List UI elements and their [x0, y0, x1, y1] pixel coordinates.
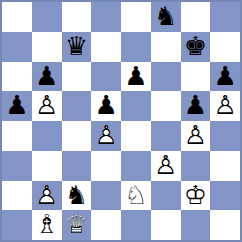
- square-d1[interactable]: [91, 210, 121, 240]
- black-knight-glyph: ♞: [151, 2, 181, 32]
- square-b5[interactable]: ♟♙: [32, 91, 62, 121]
- white-knight-outline-glyph: ♘: [121, 181, 151, 211]
- square-h2[interactable]: [210, 181, 240, 211]
- piece-white-pawn[interactable]: ♟♙: [91, 121, 121, 151]
- square-a4[interactable]: [2, 121, 32, 151]
- square-b3[interactable]: [32, 151, 62, 181]
- square-a6[interactable]: [2, 62, 32, 92]
- square-f1[interactable]: [151, 210, 181, 240]
- piece-black-knight[interactable]: ♞: [151, 2, 181, 32]
- piece-white-pawn[interactable]: ♟♙: [32, 181, 62, 211]
- square-c6[interactable]: [62, 62, 92, 92]
- square-h4[interactable]: [210, 121, 240, 151]
- square-f4[interactable]: [151, 121, 181, 151]
- square-a7[interactable]: [2, 32, 32, 62]
- square-b6[interactable]: ♟: [32, 62, 62, 92]
- square-e7[interactable]: [121, 32, 151, 62]
- white-pawn-outline-glyph: ♙: [91, 121, 121, 151]
- square-f8[interactable]: ♞: [151, 2, 181, 32]
- square-f7[interactable]: [151, 32, 181, 62]
- square-a1[interactable]: [2, 210, 32, 240]
- square-h1[interactable]: [210, 210, 240, 240]
- square-h6[interactable]: ♟: [210, 62, 240, 92]
- piece-black-pawn[interactable]: ♟: [121, 62, 151, 92]
- square-h5[interactable]: ♟♙: [210, 91, 240, 121]
- square-e1[interactable]: [121, 210, 151, 240]
- piece-white-bishop[interactable]: ♝♗: [32, 210, 62, 240]
- square-c1[interactable]: ♛♕: [62, 210, 92, 240]
- square-d4[interactable]: ♟♙: [91, 121, 121, 151]
- piece-white-pawn[interactable]: ♟♙: [151, 151, 181, 181]
- square-a3[interactable]: [2, 151, 32, 181]
- piece-black-queen[interactable]: ♛: [62, 32, 92, 62]
- square-e8[interactable]: [121, 2, 151, 32]
- white-pawn-outline-glyph: ♙: [32, 91, 62, 121]
- square-f2[interactable]: [151, 181, 181, 211]
- square-c2[interactable]: ♞: [62, 181, 92, 211]
- square-b2[interactable]: ♟♙: [32, 181, 62, 211]
- square-e3[interactable]: [121, 151, 151, 181]
- square-d3[interactable]: [91, 151, 121, 181]
- square-a5[interactable]: ♟: [2, 91, 32, 121]
- piece-white-pawn[interactable]: ♟♙: [181, 121, 211, 151]
- square-h7[interactable]: [210, 32, 240, 62]
- piece-black-pawn[interactable]: ♟: [2, 91, 32, 121]
- chess-board: ♞♛♚♟♟♟♟♟♙♟♟♟♙♟♙♟♙♟♙♟♙♞♞♘♚♔♝♗♛♕: [0, 0, 242, 242]
- square-g7[interactable]: ♚: [181, 32, 211, 62]
- square-d7[interactable]: [91, 32, 121, 62]
- square-b7[interactable]: [32, 32, 62, 62]
- square-e4[interactable]: [121, 121, 151, 151]
- white-queen-outline-glyph: ♕: [62, 210, 92, 240]
- square-c8[interactable]: [62, 2, 92, 32]
- square-g6[interactable]: [181, 62, 211, 92]
- white-pawn-outline-glyph: ♙: [181, 121, 211, 151]
- square-d6[interactable]: [91, 62, 121, 92]
- square-b1[interactable]: ♝♗: [32, 210, 62, 240]
- square-e6[interactable]: ♟: [121, 62, 151, 92]
- black-pawn-glyph: ♟: [2, 91, 32, 121]
- piece-black-pawn[interactable]: ♟: [32, 62, 62, 92]
- square-g5[interactable]: ♟: [181, 91, 211, 121]
- square-g4[interactable]: ♟♙: [181, 121, 211, 151]
- square-g3[interactable]: [181, 151, 211, 181]
- square-h3[interactable]: [210, 151, 240, 181]
- square-g8[interactable]: [181, 2, 211, 32]
- square-d8[interactable]: [91, 2, 121, 32]
- white-king-outline-glyph: ♔: [181, 181, 211, 211]
- white-pawn-outline-glyph: ♙: [151, 151, 181, 181]
- piece-white-pawn[interactable]: ♟♙: [210, 91, 240, 121]
- black-pawn-glyph: ♟: [210, 62, 240, 92]
- piece-white-pawn[interactable]: ♟♙: [32, 91, 62, 121]
- square-c4[interactable]: [62, 121, 92, 151]
- square-f3[interactable]: ♟♙: [151, 151, 181, 181]
- piece-white-king[interactable]: ♚♔: [181, 181, 211, 211]
- white-pawn-outline-glyph: ♙: [210, 91, 240, 121]
- black-queen-glyph: ♛: [62, 32, 92, 62]
- square-a8[interactable]: [2, 2, 32, 32]
- square-e5[interactable]: [121, 91, 151, 121]
- white-pawn-outline-glyph: ♙: [32, 181, 62, 211]
- piece-white-queen[interactable]: ♛♕: [62, 210, 92, 240]
- black-pawn-glyph: ♟: [121, 62, 151, 92]
- piece-black-pawn[interactable]: ♟: [91, 91, 121, 121]
- black-knight-glyph: ♞: [62, 181, 92, 211]
- square-b8[interactable]: [32, 2, 62, 32]
- black-pawn-glyph: ♟: [181, 91, 211, 121]
- square-g2[interactable]: ♚♔: [181, 181, 211, 211]
- square-f5[interactable]: [151, 91, 181, 121]
- square-f6[interactable]: [151, 62, 181, 92]
- black-king-glyph: ♚: [181, 32, 211, 62]
- square-h8[interactable]: [210, 2, 240, 32]
- piece-black-king[interactable]: ♚: [181, 32, 211, 62]
- black-pawn-glyph: ♟: [32, 62, 62, 92]
- piece-black-pawn[interactable]: ♟: [210, 62, 240, 92]
- square-d2[interactable]: [91, 181, 121, 211]
- piece-white-knight[interactable]: ♞♘: [121, 181, 151, 211]
- square-b4[interactable]: [32, 121, 62, 151]
- square-c3[interactable]: [62, 151, 92, 181]
- white-bishop-outline-glyph: ♗: [32, 210, 62, 240]
- black-pawn-glyph: ♟: [91, 91, 121, 121]
- square-d5[interactable]: ♟: [91, 91, 121, 121]
- square-g1[interactable]: [181, 210, 211, 240]
- piece-black-pawn[interactable]: ♟: [181, 91, 211, 121]
- square-a2[interactable]: [2, 181, 32, 211]
- piece-black-knight[interactable]: ♞: [62, 181, 92, 211]
- square-c5[interactable]: [62, 91, 92, 121]
- square-e2[interactable]: ♞♘: [121, 181, 151, 211]
- square-c7[interactable]: ♛: [62, 32, 92, 62]
